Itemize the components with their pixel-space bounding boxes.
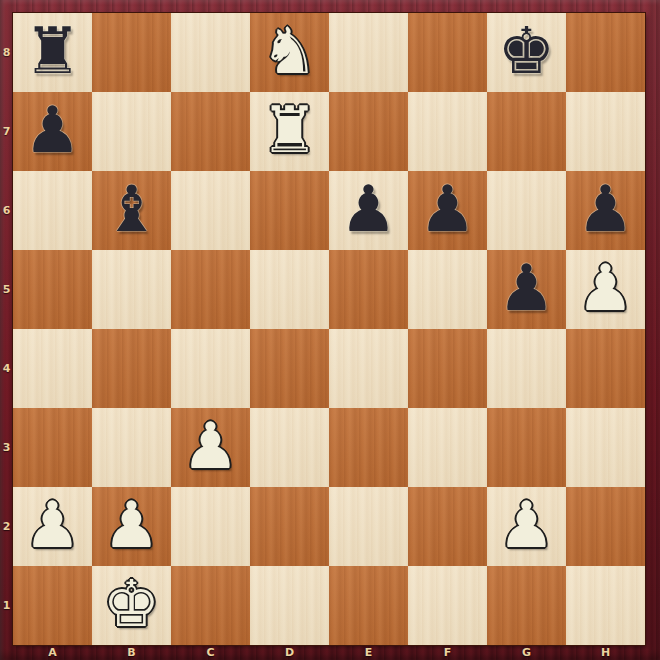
rank-label-2: 2	[0, 487, 13, 566]
rank-label-5: 5	[0, 250, 13, 329]
piece-white-pawn-h5[interactable]: ♟	[566, 250, 645, 329]
square-g8[interactable]: ♚	[487, 13, 566, 92]
square-b7[interactable]	[92, 92, 171, 171]
square-c4[interactable]	[171, 329, 250, 408]
rank-label-8: 8	[0, 13, 13, 92]
square-e8[interactable]	[329, 13, 408, 92]
square-d2[interactable]	[250, 487, 329, 566]
square-d4[interactable]	[250, 329, 329, 408]
piece-black-king-g8[interactable]: ♚	[487, 13, 566, 92]
square-c5[interactable]	[171, 250, 250, 329]
file-label-d: D	[250, 645, 329, 660]
square-c2[interactable]	[171, 487, 250, 566]
piece-black-pawn-h6[interactable]: ♟	[566, 171, 645, 250]
file-label-g: G	[487, 645, 566, 660]
piece-black-bishop-b6[interactable]: ♝	[92, 171, 171, 250]
square-g5[interactable]: ♟	[487, 250, 566, 329]
rank-label-1: 1	[0, 566, 13, 645]
square-f7[interactable]	[408, 92, 487, 171]
square-g7[interactable]	[487, 92, 566, 171]
piece-black-pawn-g5[interactable]: ♟	[487, 250, 566, 329]
square-f1[interactable]	[408, 566, 487, 645]
square-d1[interactable]	[250, 566, 329, 645]
square-h3[interactable]	[566, 408, 645, 487]
square-b4[interactable]	[92, 329, 171, 408]
square-h8[interactable]	[566, 13, 645, 92]
rank-label-7: 7	[0, 92, 13, 171]
square-h2[interactable]	[566, 487, 645, 566]
square-d6[interactable]	[250, 171, 329, 250]
square-a6[interactable]	[13, 171, 92, 250]
piece-white-pawn-b2[interactable]: ♟	[92, 487, 171, 566]
square-c1[interactable]	[171, 566, 250, 645]
file-label-a: A	[13, 645, 92, 660]
piece-white-rook-d7[interactable]: ♜	[250, 92, 329, 171]
square-b6[interactable]: ♝	[92, 171, 171, 250]
square-g3[interactable]	[487, 408, 566, 487]
square-b1[interactable]: ♚	[92, 566, 171, 645]
square-f5[interactable]	[408, 250, 487, 329]
square-a2[interactable]: ♟	[13, 487, 92, 566]
square-h6[interactable]: ♟	[566, 171, 645, 250]
square-c6[interactable]	[171, 171, 250, 250]
square-c3[interactable]: ♟	[171, 408, 250, 487]
square-e4[interactable]	[329, 329, 408, 408]
piece-black-pawn-a7[interactable]: ♟	[13, 92, 92, 171]
piece-white-knight-d8[interactable]: ♞	[250, 13, 329, 92]
square-f6[interactable]: ♟	[408, 171, 487, 250]
rank-label-3: 3	[0, 408, 13, 487]
piece-white-king-b1[interactable]: ♚	[92, 566, 171, 645]
square-b8[interactable]	[92, 13, 171, 92]
square-d3[interactable]	[250, 408, 329, 487]
piece-white-pawn-c3[interactable]: ♟	[171, 408, 250, 487]
square-a7[interactable]: ♟	[13, 92, 92, 171]
piece-white-pawn-g2[interactable]: ♟	[487, 487, 566, 566]
square-c7[interactable]	[171, 92, 250, 171]
piece-black-rook-a8[interactable]: ♜	[13, 13, 92, 92]
square-b2[interactable]: ♟	[92, 487, 171, 566]
rank-label-6: 6	[0, 171, 13, 250]
square-b5[interactable]	[92, 250, 171, 329]
square-d8[interactable]: ♞	[250, 13, 329, 92]
file-label-c: C	[171, 645, 250, 660]
file-label-b: B	[92, 645, 171, 660]
square-a4[interactable]	[13, 329, 92, 408]
square-b3[interactable]	[92, 408, 171, 487]
chess-board-screenshot: ♜♞♚♟♜♝♟♟♟♟♟♟♟♟♟♚ 87654321ABCDEFGH	[0, 0, 660, 660]
square-h4[interactable]	[566, 329, 645, 408]
square-c8[interactable]	[171, 13, 250, 92]
square-a1[interactable]	[13, 566, 92, 645]
square-a8[interactable]: ♜	[13, 13, 92, 92]
chess-board: ♜♞♚♟♜♝♟♟♟♟♟♟♟♟♟♚	[13, 13, 645, 645]
square-g6[interactable]	[487, 171, 566, 250]
file-label-f: F	[408, 645, 487, 660]
square-e7[interactable]	[329, 92, 408, 171]
square-f2[interactable]	[408, 487, 487, 566]
square-f3[interactable]	[408, 408, 487, 487]
square-a5[interactable]	[13, 250, 92, 329]
square-h7[interactable]	[566, 92, 645, 171]
square-f4[interactable]	[408, 329, 487, 408]
square-g4[interactable]	[487, 329, 566, 408]
square-e1[interactable]	[329, 566, 408, 645]
square-f8[interactable]	[408, 13, 487, 92]
square-e3[interactable]	[329, 408, 408, 487]
square-a3[interactable]	[13, 408, 92, 487]
file-label-h: H	[566, 645, 645, 660]
piece-white-pawn-a2[interactable]: ♟	[13, 487, 92, 566]
square-g2[interactable]: ♟	[487, 487, 566, 566]
file-label-e: E	[329, 645, 408, 660]
square-e2[interactable]	[329, 487, 408, 566]
piece-black-pawn-f6[interactable]: ♟	[408, 171, 487, 250]
square-e6[interactable]: ♟	[329, 171, 408, 250]
square-d5[interactable]	[250, 250, 329, 329]
square-g1[interactable]	[487, 566, 566, 645]
square-d7[interactable]: ♜	[250, 92, 329, 171]
rank-label-4: 4	[0, 329, 13, 408]
piece-black-pawn-e6[interactable]: ♟	[329, 171, 408, 250]
square-h1[interactable]	[566, 566, 645, 645]
square-e5[interactable]	[329, 250, 408, 329]
square-h5[interactable]: ♟	[566, 250, 645, 329]
